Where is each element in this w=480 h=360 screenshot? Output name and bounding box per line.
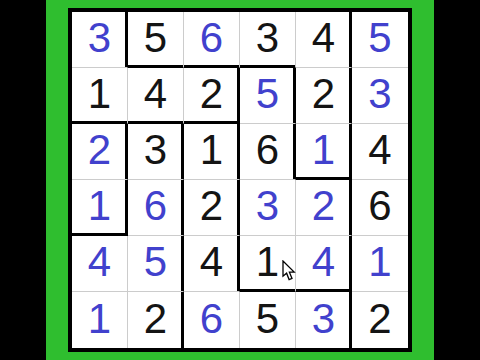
cell-r4c3[interactable]: 2 [184,180,240,236]
cell-r5c2[interactable]: 5 [128,236,184,292]
cell-r5c6[interactable]: 1 [352,236,408,292]
cell-r5c3[interactable]: 4 [184,236,240,292]
cell-r3c1[interactable]: 2 [72,124,128,180]
cell-r2c1[interactable]: 1 [72,68,128,124]
cell-r2c2[interactable]: 4 [128,68,184,124]
cell-r1c5[interactable]: 4 [296,12,352,68]
cell-r5c5[interactable]: 4 [296,236,352,292]
cell-r2c5[interactable]: 2 [296,68,352,124]
cell-r4c5[interactable]: 2 [296,180,352,236]
puzzle-board: 356345142523231614162326454141126532 [68,8,412,352]
cell-r1c2[interactable]: 5 [128,12,184,68]
cell-r5c4[interactable]: 1 [240,236,296,292]
cell-r3c6[interactable]: 4 [352,124,408,180]
cell-r3c3[interactable]: 1 [184,124,240,180]
cell-r4c6[interactable]: 6 [352,180,408,236]
cell-r6c6[interactable]: 2 [352,292,408,348]
cell-r3c5[interactable]: 1 [296,124,352,180]
cell-r6c1[interactable]: 1 [72,292,128,348]
cell-r2c4[interactable]: 5 [240,68,296,124]
cell-r1c6[interactable]: 5 [352,12,408,68]
cell-r6c4[interactable]: 5 [240,292,296,348]
letterbox-right [434,0,480,360]
cell-r4c1[interactable]: 1 [72,180,128,236]
cell-r2c3[interactable]: 2 [184,68,240,124]
cell-r2c6[interactable]: 3 [352,68,408,124]
cell-r5c1[interactable]: 4 [72,236,128,292]
cell-r3c4[interactable]: 6 [240,124,296,180]
cell-r6c3[interactable]: 6 [184,292,240,348]
cell-r1c4[interactable]: 3 [240,12,296,68]
cell-r1c3[interactable]: 6 [184,12,240,68]
cell-r4c2[interactable]: 6 [128,180,184,236]
cell-r6c2[interactable]: 2 [128,292,184,348]
cell-r6c5[interactable]: 3 [296,292,352,348]
letterbox-left [0,0,46,360]
cell-r4c4[interactable]: 3 [240,180,296,236]
cell-r1c1[interactable]: 3 [72,12,128,68]
cell-r3c2[interactable]: 3 [128,124,184,180]
